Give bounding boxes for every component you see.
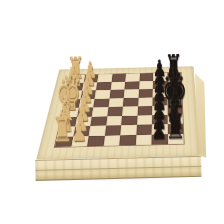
square-h2[interactable]: ♟	[71, 136, 89, 147]
box-lid-seam	[35, 165, 201, 170]
square-h6[interactable]	[135, 134, 151, 145]
square-g4[interactable]	[104, 125, 121, 135]
square-d3[interactable]	[93, 98, 109, 107]
board-grid: ♜♟♟♜♞♟♟♞♝♟♟♝♛♟♟♛♚♟♟♚♝♟♟♝♞♟♟♞♜♟♟♜	[55, 72, 184, 147]
product-photo-stage: ♜♟♟♜♞♟♟♞♝♟♟♝♛♟♟♛♚♟♟♚♝♟♟♝♞♟♟♞♜♟♟♜	[0, 0, 224, 224]
chess-set: ♜♟♟♜♞♟♟♞♝♟♟♝♛♟♟♛♚♟♟♚♝♟♟♝♞♟♟♞♜♟♟♜	[0, 0, 224, 224]
square-d4[interactable]	[108, 98, 124, 107]
square-f4[interactable]	[106, 116, 122, 126]
square-d5[interactable]	[123, 98, 138, 107]
square-h3[interactable]	[87, 136, 104, 147]
square-g3[interactable]	[89, 126, 106, 136]
wooden-box-front	[35, 156, 201, 181]
white-pawn[interactable]: ♟	[71, 119, 87, 146]
perspective-container: ♜♟♟♜♞♟♟♞♝♟♟♝♛♟♟♛♚♟♟♚♝♟♟♝♞♟♟♞♜♟♟♜	[0, 0, 224, 224]
chess-board: ♜♟♟♜♞♟♟♞♝♟♟♝♛♟♟♛♚♟♟♚♝♟♟♝♞♟♟♞♜♟♟♜	[36, 66, 200, 160]
square-f5[interactable]	[121, 115, 137, 125]
square-g5[interactable]	[120, 125, 136, 135]
square-g6[interactable]	[136, 125, 152, 135]
square-h5[interactable]	[119, 135, 136, 146]
square-h4[interactable]	[103, 135, 120, 146]
square-h1[interactable]: ♜	[55, 136, 73, 147]
square-h8[interactable]: ♜	[167, 134, 183, 145]
square-f3[interactable]	[90, 116, 107, 126]
square-e5[interactable]	[122, 106, 138, 115]
black-rook[interactable]: ♜	[165, 110, 186, 144]
square-e4[interactable]	[107, 107, 123, 116]
square-e3[interactable]	[92, 107, 108, 116]
